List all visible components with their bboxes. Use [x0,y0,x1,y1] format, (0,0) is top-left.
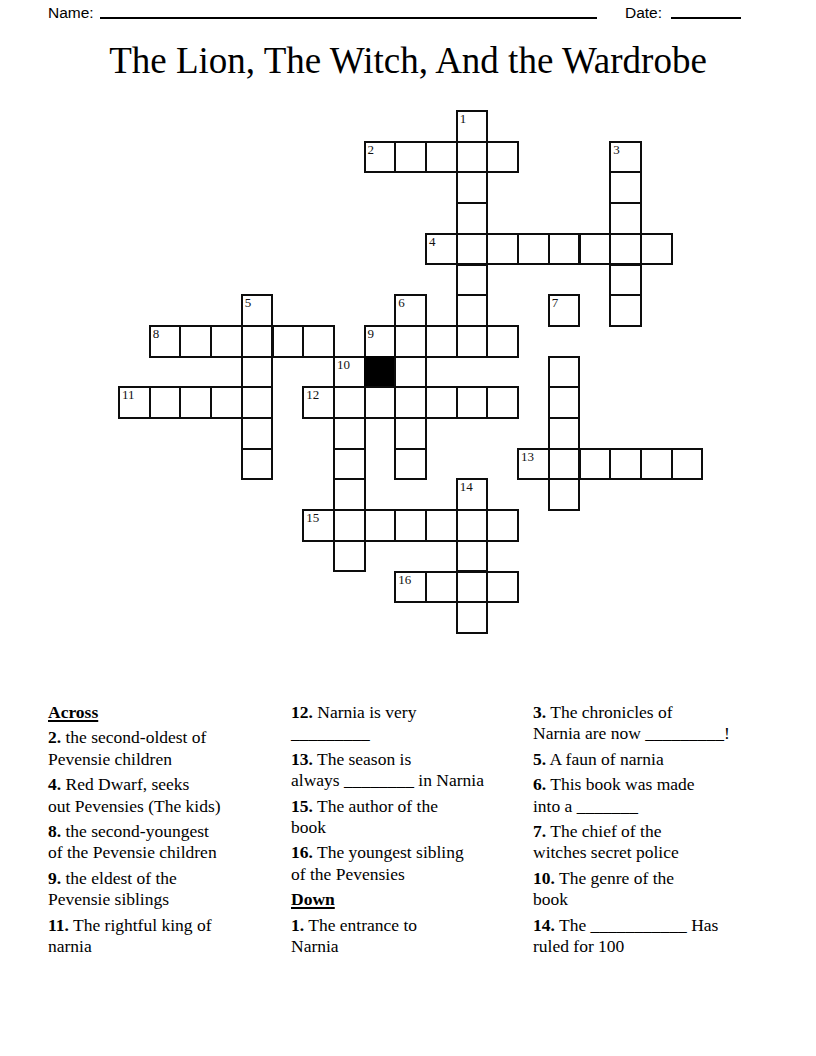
grid-cell-r4c13[interactable] [517,233,550,266]
grid-cell-r9c11[interactable] [456,386,489,419]
cell-number-8: 8 [153,327,160,341]
grid-cell-r6c16[interactable] [609,294,642,327]
grid-cell-r6c9[interactable]: 6 [394,294,427,327]
blocked-cell-r8c8 [364,356,397,389]
grid-cell-r7c9[interactable] [394,325,427,358]
cell-number-1: 1 [460,112,467,126]
clue-number: 3. [533,702,546,722]
clue-number: 12. [291,702,313,722]
clue-text: A faun of narnia [550,749,664,769]
grid-cell-r11c18[interactable] [671,448,704,481]
clue-text: The rightful king of narnia [48,915,212,956]
worksheet-page: { "game": "crossword", "title": "The Lio… [0,0,816,1056]
grid-cell-r3c11[interactable] [456,202,489,235]
clue-number: 14. [533,915,555,935]
cell-number-2: 2 [368,143,375,157]
grid-cell-r5c16[interactable] [609,264,642,297]
clue-10: 10. The genre of the book [533,868,761,911]
grid-cell-r9c8[interactable] [364,386,397,419]
grid-cell-r7c6[interactable] [302,325,335,358]
cell-number-4: 4 [429,235,436,249]
grid-cell-r11c15[interactable] [579,448,612,481]
clue-text: The author of the book [291,796,438,837]
clue-16: 16. The youngest sibling of the Pevensie… [291,842,529,885]
grid-cell-r9c10[interactable] [425,386,458,419]
grid-cell-r10c7[interactable] [333,417,366,450]
grid-cell-r13c12[interactable] [486,509,519,542]
name-label: Name: [48,4,94,22]
grid-cell-r1c10[interactable] [425,141,458,174]
grid-cell-r6c4[interactable]: 5 [241,294,274,327]
grid-cell-r4c17[interactable] [640,233,673,266]
clue-3: 3. The chronicles of Narnia are now ____… [533,702,761,745]
grid-cell-r13c7[interactable] [333,509,366,542]
clue-9: 9. the eldest of the Pevensie siblings [48,868,276,911]
grid-cell-r1c8[interactable]: 2 [364,141,397,174]
grid-cell-r1c11[interactable] [456,141,489,174]
cell-number-14: 14 [460,480,473,494]
grid-cell-r10c9[interactable] [394,417,427,450]
cell-number-7: 7 [552,296,559,310]
grid-cell-r7c4[interactable] [241,325,274,358]
grid-cell-r7c5[interactable] [272,325,305,358]
grid-cell-r9c7[interactable] [333,386,366,419]
grid-cell-r7c8[interactable]: 9 [364,325,397,358]
grid-cell-r15c9[interactable]: 16 [394,571,427,604]
grid-cell-r15c11[interactable] [456,571,489,604]
clue-4: 4. Red Dwarf, seeks out Pevensies (The k… [48,774,276,817]
cell-number-11: 11 [122,388,135,402]
grid-cell-r9c6[interactable]: 12 [302,386,335,419]
cell-number-3: 3 [613,143,620,157]
clue-2: 2. the second-oldest of Pevensie childre… [48,727,276,770]
grid-cell-r9c4[interactable] [241,386,274,419]
grid-cell-r1c16[interactable]: 3 [609,141,642,174]
grid-cell-r9c14[interactable] [548,386,581,419]
cell-number-10: 10 [337,358,350,372]
grid-cell-r14c7[interactable] [333,540,366,573]
clue-number: 4. [48,774,61,794]
grid-cell-r9c3[interactable] [210,386,243,419]
clue-number: 6. [533,774,546,794]
grid-cell-r4c12[interactable] [486,233,519,266]
grid-cell-r12c14[interactable] [548,478,581,511]
grid-cell-r15c10[interactable] [425,571,458,604]
clue-number: 16. [291,842,313,862]
clue-text: This book was made into a _______ [533,774,695,815]
clue-text: Red Dwarf, seeks out Pevensies (The kids… [48,774,221,815]
cell-number-15: 15 [306,511,319,525]
clue-number: 7. [533,821,546,841]
date-label: Date: [625,4,662,22]
grid-cell-r7c2[interactable] [179,325,212,358]
grid-cell-r11c13[interactable]: 13 [517,448,550,481]
grid-cell-r8c7[interactable]: 10 [333,356,366,389]
cell-number-5: 5 [245,296,252,310]
grid-cell-r11c14[interactable] [548,448,581,481]
grid-cell-r7c12[interactable] [486,325,519,358]
cell-number-12: 12 [306,388,319,402]
grid-cell-r12c11[interactable]: 14 [456,478,489,511]
down-section-header: Down [291,889,529,910]
clue-text: the second-oldest of Pevensie children [48,727,206,768]
grid-cell-r0c11[interactable]: 1 [456,110,489,143]
date-write-line[interactable] [671,2,741,19]
grid-cell-r9c0[interactable]: 11 [118,386,151,419]
grid-cell-r8c9[interactable] [394,356,427,389]
grid-cell-r7c10[interactable] [425,325,458,358]
clue-text: The chronicles of Narnia are now _______… [533,702,730,743]
grid-cell-r6c14[interactable]: 7 [548,294,581,327]
clue-text: the eldest of the Pevensie siblings [48,868,177,909]
clue-text: The youngest sibling of the Pevensies [291,842,464,883]
grid-cell-r11c9[interactable] [394,448,427,481]
grid-cell-r10c14[interactable] [548,417,581,450]
grid-cell-r13c11[interactable] [456,509,489,542]
grid-cell-r2c11[interactable] [456,171,489,204]
grid-cell-r10c4[interactable] [241,417,274,450]
grid-cell-r2c16[interactable] [609,171,642,204]
grid-cell-r9c9[interactable] [394,386,427,419]
clue-13: 13. The season is always ________ in Nar… [291,749,529,792]
clue-text: The entrance to Narnia [291,915,417,956]
grid-cell-r3c16[interactable] [609,202,642,235]
clue-text: The ___________ Has ruled for 100 [533,915,718,956]
clue-11: 11. The rightful king of narnia [48,915,276,958]
grid-cell-r1c12[interactable] [486,141,519,174]
clue-number: 5. [533,749,546,769]
clue-14: 14. The ___________ Has ruled for 100 [533,915,761,958]
grid-cell-r13c6[interactable]: 15 [302,509,335,542]
clue-12: 12. Narnia is very _________ [291,702,529,745]
clue-column-2: 12. Narnia is very _________13. The seas… [291,702,529,961]
grid-cell-r4c10[interactable]: 4 [425,233,458,266]
clue-number: 11. [48,915,69,935]
clue-text: The season is always ________ in Narnia [291,749,484,790]
grid-cell-r4c11[interactable] [456,233,489,266]
cell-number-9: 9 [368,327,375,341]
grid-cell-r13c9[interactable] [394,509,427,542]
grid-cell-r9c1[interactable] [149,386,182,419]
grid-cell-r1c9[interactable] [394,141,427,174]
clue-column-3: 3. The chronicles of Narnia are now ____… [533,702,761,961]
crossword-grid: 12345678910111213141516 [118,110,704,635]
grid-cell-r11c17[interactable] [640,448,673,481]
clue-number: 2. [48,727,61,747]
clue-text: the second-youngest of the Pevensie chil… [48,821,217,862]
grid-cell-r7c3[interactable] [210,325,243,358]
clue-7: 7. The chief of the witches secret polic… [533,821,761,864]
clue-number: 8. [48,821,61,841]
clue-5: 5. A faun of narnia [533,749,761,770]
grid-cell-r4c14[interactable] [548,233,581,266]
grid-cell-r9c2[interactable] [179,386,212,419]
across-section-header: Across [48,702,276,723]
clue-number: 15. [291,796,313,816]
cell-number-6: 6 [398,296,405,310]
clue-text: The genre of the book [533,868,674,909]
cell-number-16: 16 [398,573,411,587]
page-title: The Lion, The Witch, And the Wardrobe [0,40,816,82]
grid-cell-r6c11[interactable] [456,294,489,327]
grid-cell-r4c15[interactable] [579,233,612,266]
grid-cell-r13c8[interactable] [364,509,397,542]
clue-6: 6. This book was made into a _______ [533,774,761,817]
grid-cell-r4c16[interactable] [609,233,642,266]
grid-cell-r16c11[interactable] [456,601,489,634]
clue-15: 15. The author of the book [291,796,529,839]
name-write-line[interactable] [100,2,597,19]
grid-cell-r14c11[interactable] [456,540,489,573]
clue-number: 1. [291,915,304,935]
clue-number: 10. [533,868,555,888]
clue-text: The chief of the witches secret police [533,821,679,862]
clue-column-1: Across2. the second-oldest of Pevensie c… [48,702,276,961]
grid-cell-r11c16[interactable] [609,448,642,481]
grid-cell-r5c11[interactable] [456,264,489,297]
grid-cell-r13c10[interactable] [425,509,458,542]
grid-cell-r15c12[interactable] [486,571,519,604]
grid-cell-r12c7[interactable] [333,478,366,511]
clue-number: 13. [291,749,313,769]
cell-number-13: 13 [521,450,534,464]
clue-number: 9. [48,868,61,888]
grid-cell-r7c1[interactable]: 8 [149,325,182,358]
grid-cell-r11c4[interactable] [241,448,274,481]
clue-1: 1. The entrance to Narnia [291,915,529,958]
clue-8: 8. the second-youngest of the Pevensie c… [48,821,276,864]
grid-cell-r8c14[interactable] [548,356,581,389]
grid-cell-r9c12[interactable] [486,386,519,419]
grid-cell-r8c4[interactable] [241,356,274,389]
grid-cell-r11c7[interactable] [333,448,366,481]
grid-cell-r7c11[interactable] [456,325,489,358]
